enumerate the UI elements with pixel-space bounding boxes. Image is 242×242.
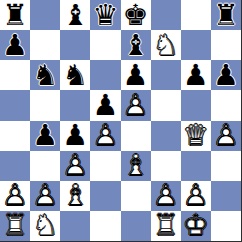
white-pawn-fill-layer: ♟ (62, 151, 88, 180)
white-pawn-fill-layer: ♟ (213, 121, 239, 150)
square-g4[interactable]: ♛♕ (181, 121, 211, 151)
square-b4[interactable]: ♟♙ (30, 121, 60, 151)
white-bishop-fill-layer: ♝ (62, 181, 88, 210)
square-d4[interactable]: ♟♙ (90, 121, 120, 151)
piece-black-knight[interactable]: ♞♘ (32, 61, 58, 90)
white-pawn-fill-layer: ♟ (32, 181, 58, 210)
square-a1[interactable]: ♜♖ (0, 211, 30, 241)
black-knight-fill-layer: ♞ (32, 61, 58, 90)
white-pawn-fill-layer: ♟ (2, 181, 28, 210)
square-d7[interactable] (90, 30, 120, 60)
piece-black-pawn[interactable]: ♟♙ (2, 31, 28, 60)
square-e2[interactable] (121, 181, 151, 211)
square-d6[interactable] (90, 60, 120, 90)
piece-white-knight[interactable]: ♞♘ (32, 211, 58, 240)
piece-white-pawn[interactable]: ♟♙ (153, 181, 179, 210)
white-queen-fill-layer: ♛ (183, 121, 209, 150)
black-rook-fill-layer: ♜ (2, 1, 28, 30)
piece-white-knight[interactable]: ♞♘ (153, 31, 179, 60)
square-h2[interactable] (211, 181, 241, 211)
square-b7[interactable] (30, 30, 60, 60)
square-e6[interactable]: ♟♙ (121, 60, 151, 90)
square-e3[interactable]: ♝♗ (121, 151, 151, 181)
piece-white-king[interactable]: ♚♔ (183, 211, 209, 240)
square-d8[interactable]: ♛♕ (90, 0, 120, 30)
piece-black-queen[interactable]: ♛♕ (92, 1, 118, 30)
square-g7[interactable] (181, 30, 211, 60)
square-b8[interactable] (30, 0, 60, 30)
square-b3[interactable] (30, 151, 60, 181)
black-king-fill-layer: ♚ (123, 1, 149, 30)
square-e4[interactable] (121, 121, 151, 151)
square-f7[interactable]: ♞♘ (151, 30, 181, 60)
black-knight-fill-layer: ♞ (62, 61, 88, 90)
square-a7[interactable]: ♟♙ (0, 30, 30, 60)
piece-black-pawn[interactable]: ♟♙ (213, 61, 239, 90)
square-c6[interactable]: ♞♘ (60, 60, 90, 90)
square-c5[interactable] (60, 90, 90, 120)
piece-black-rook[interactable]: ♜♖ (213, 1, 239, 30)
square-e5[interactable]: ♟♙ (121, 90, 151, 120)
square-f8[interactable] (151, 0, 181, 30)
square-f4[interactable] (151, 121, 181, 151)
square-h3[interactable] (211, 151, 241, 181)
black-pawn-fill-layer: ♟ (32, 121, 58, 150)
piece-black-pawn[interactable]: ♟♙ (62, 121, 88, 150)
square-c8[interactable]: ♝♗ (60, 0, 90, 30)
square-c7[interactable] (60, 30, 90, 60)
piece-white-pawn[interactable]: ♟♙ (32, 181, 58, 210)
white-rook-fill-layer: ♜ (2, 211, 28, 240)
black-pawn-fill-layer: ♟ (2, 31, 28, 60)
black-bishop-fill-layer: ♝ (123, 31, 149, 60)
piece-white-pawn[interactable]: ♟♙ (92, 121, 118, 150)
piece-white-pawn[interactable]: ♟♙ (62, 151, 88, 180)
piece-black-bishop[interactable]: ♝♗ (123, 31, 149, 60)
black-bishop-fill-layer: ♝ (62, 1, 88, 30)
square-g8[interactable] (181, 0, 211, 30)
square-b5[interactable] (30, 90, 60, 120)
piece-white-rook[interactable]: ♜♖ (2, 211, 28, 240)
square-b2[interactable]: ♟♙ (30, 181, 60, 211)
square-a3[interactable] (0, 151, 30, 181)
square-f6[interactable] (151, 60, 181, 90)
square-g3[interactable] (181, 151, 211, 181)
white-rook-fill-layer: ♜ (153, 211, 179, 240)
piece-white-pawn[interactable]: ♟♙ (2, 181, 28, 210)
square-h8[interactable]: ♜♖ (211, 0, 241, 30)
white-bishop-fill-layer: ♝ (123, 151, 149, 180)
piece-black-king[interactable]: ♚♔ (123, 1, 149, 30)
square-h5[interactable] (211, 90, 241, 120)
white-pawn-fill-layer: ♟ (183, 181, 209, 210)
square-a2[interactable]: ♟♙ (0, 181, 30, 211)
square-g6[interactable]: ♟♙ (181, 60, 211, 90)
piece-black-pawn[interactable]: ♟♙ (123, 61, 149, 90)
square-e1[interactable] (121, 211, 151, 241)
black-pawn-fill-layer: ♟ (62, 121, 88, 150)
square-c4[interactable]: ♟♙ (60, 121, 90, 151)
square-f2[interactable]: ♟♙ (151, 181, 181, 211)
square-e8[interactable]: ♚♔ (121, 0, 151, 30)
piece-black-knight[interactable]: ♞♘ (62, 61, 88, 90)
piece-black-pawn[interactable]: ♟♙ (32, 121, 58, 150)
square-h6[interactable]: ♟♙ (211, 60, 241, 90)
white-pawn-fill-layer: ♟ (123, 91, 149, 120)
piece-white-queen[interactable]: ♛♕ (183, 121, 209, 150)
white-pawn-fill-layer: ♟ (153, 181, 179, 210)
black-rook-fill-layer: ♜ (213, 1, 239, 30)
black-pawn-fill-layer: ♟ (213, 61, 239, 90)
square-h4[interactable]: ♟♙ (211, 121, 241, 151)
black-queen-fill-layer: ♛ (92, 1, 118, 30)
square-a8[interactable]: ♜♖ (0, 0, 30, 30)
piece-white-pawn[interactable]: ♟♙ (123, 91, 149, 120)
piece-white-pawn[interactable]: ♟♙ (213, 121, 239, 150)
white-knight-fill-layer: ♞ (32, 211, 58, 240)
black-pawn-fill-layer: ♟ (92, 91, 118, 120)
black-pawn-fill-layer: ♟ (123, 61, 149, 90)
square-a5[interactable] (0, 90, 30, 120)
piece-white-rook[interactable]: ♜♖ (153, 211, 179, 240)
piece-black-pawn[interactable]: ♟♙ (183, 61, 209, 90)
square-c1[interactable] (60, 211, 90, 241)
piece-black-pawn[interactable]: ♟♙ (92, 91, 118, 120)
square-d3[interactable] (90, 151, 120, 181)
square-d5[interactable]: ♟♙ (90, 90, 120, 120)
black-pawn-fill-layer: ♟ (183, 61, 209, 90)
square-e7[interactable]: ♝♗ (121, 30, 151, 60)
square-c2[interactable]: ♝♗ (60, 181, 90, 211)
square-a4[interactable] (0, 121, 30, 151)
square-b6[interactable]: ♞♘ (30, 60, 60, 90)
piece-black-rook[interactable]: ♜♖ (2, 1, 28, 30)
square-f1[interactable]: ♜♖ (151, 211, 181, 241)
square-d2[interactable] (90, 181, 120, 211)
square-b1[interactable]: ♞♘ (30, 211, 60, 241)
square-f3[interactable] (151, 151, 181, 181)
square-c3[interactable]: ♟♙ (60, 151, 90, 181)
square-a6[interactable] (0, 60, 30, 90)
white-king-fill-layer: ♚ (183, 211, 209, 240)
white-pawn-fill-layer: ♟ (92, 121, 118, 150)
square-h7[interactable] (211, 30, 241, 60)
chess-board: ♜♖♝♗♛♕♚♔♜♖♟♙♝♗♞♘♞♘♞♘♟♙♟♙♟♙♟♙♟♙♟♙♟♙♟♙♛♕♟♙… (0, 0, 242, 242)
white-knight-fill-layer: ♞ (153, 31, 179, 60)
square-g2[interactable]: ♟♙ (181, 181, 211, 211)
piece-white-pawn[interactable]: ♟♙ (183, 181, 209, 210)
piece-white-bishop[interactable]: ♝♗ (62, 181, 88, 210)
piece-white-bishop[interactable]: ♝♗ (123, 151, 149, 180)
piece-black-bishop[interactable]: ♝♗ (62, 1, 88, 30)
square-f5[interactable] (151, 90, 181, 120)
square-h1[interactable] (211, 211, 241, 241)
square-g5[interactable] (181, 90, 211, 120)
square-d1[interactable] (90, 211, 120, 241)
square-g1[interactable]: ♚♔ (181, 211, 211, 241)
